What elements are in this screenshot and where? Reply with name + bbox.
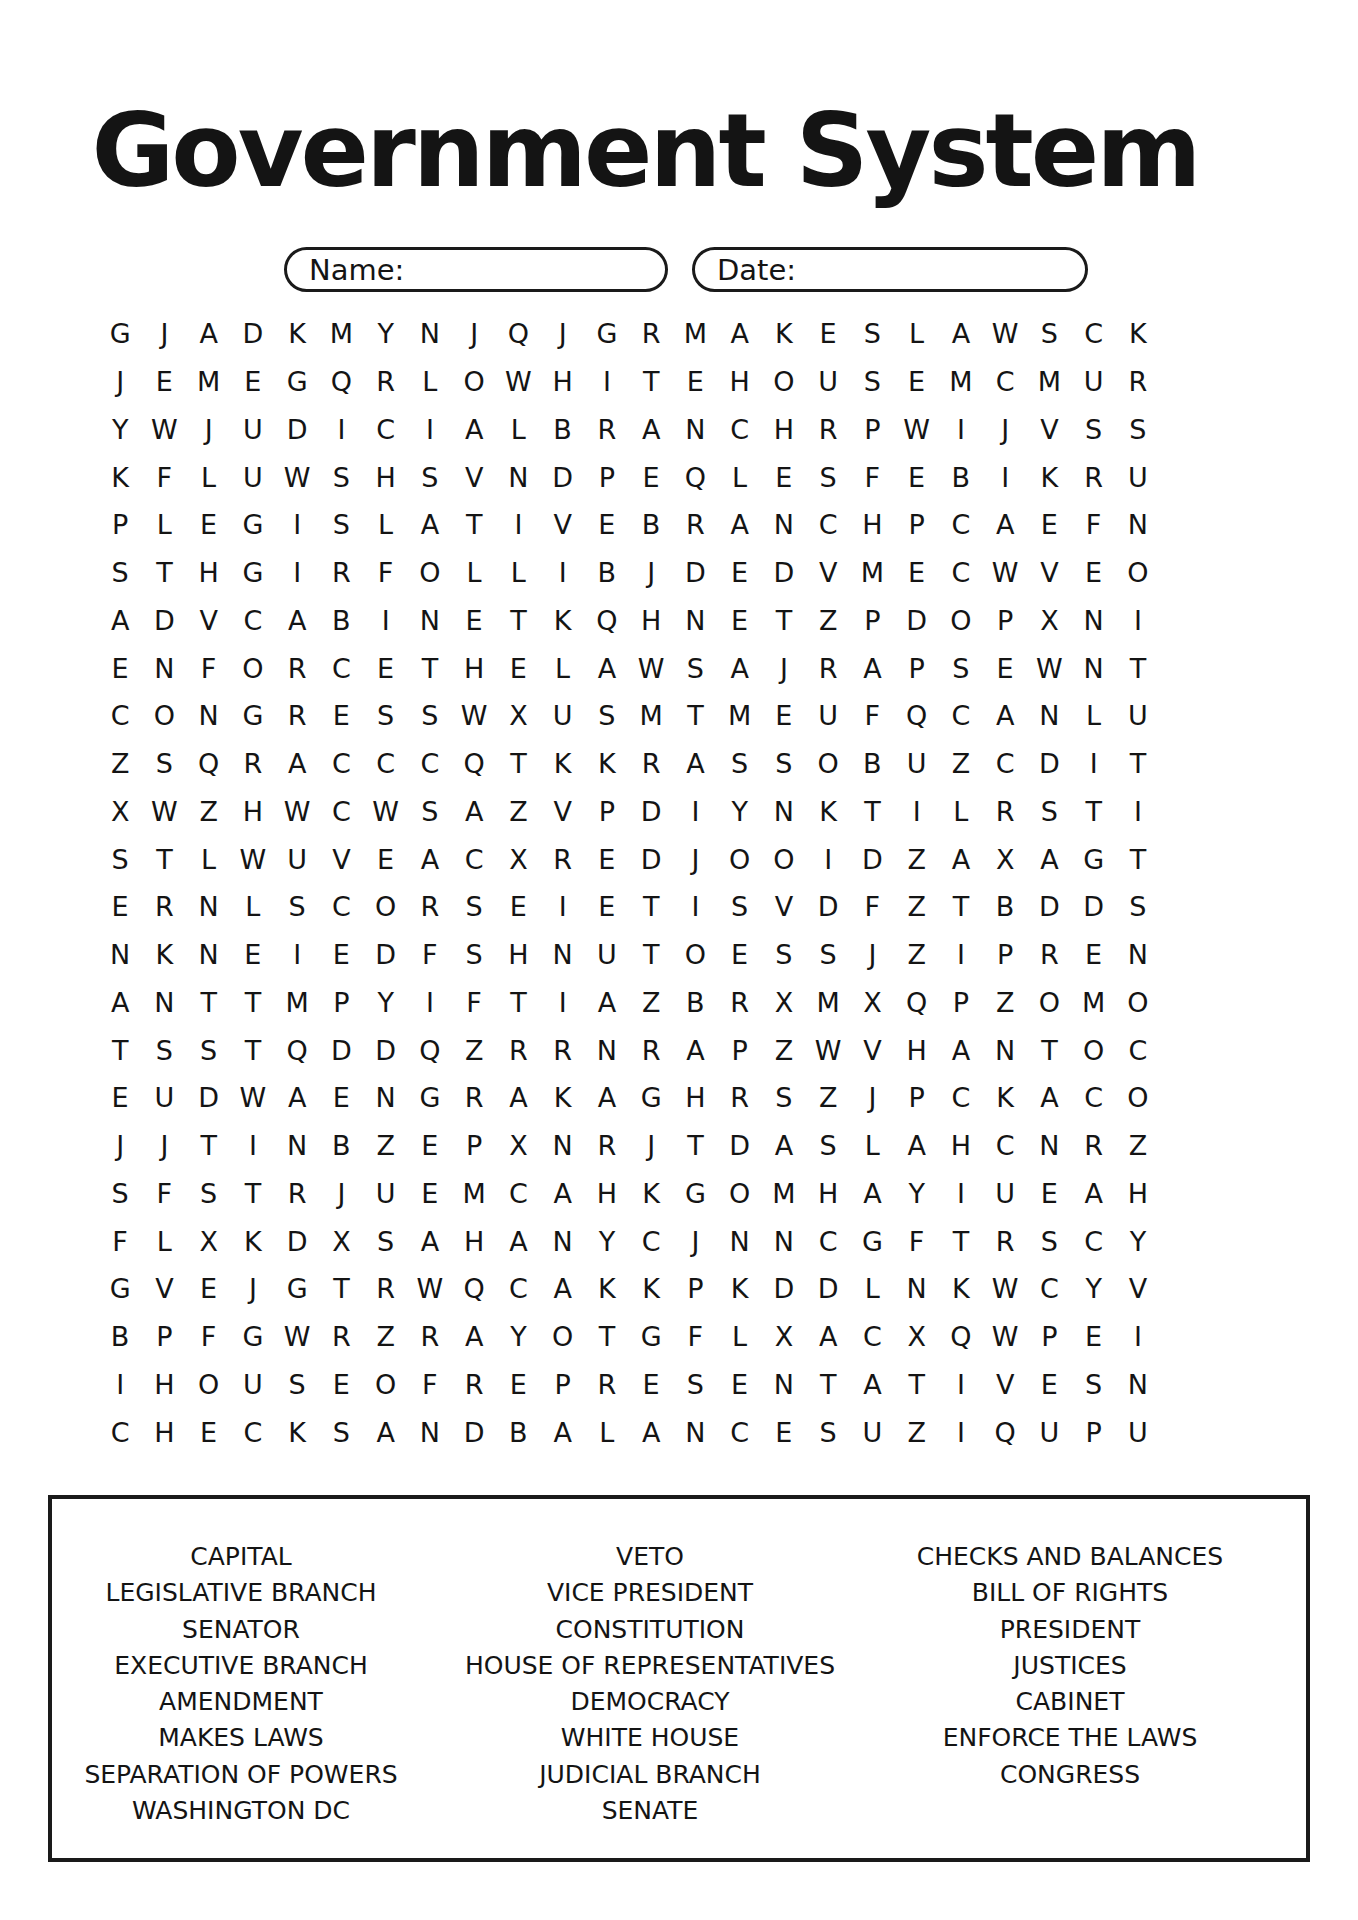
grid-cell[interactable]: E — [408, 1170, 452, 1218]
grid-cell[interactable]: S — [452, 931, 496, 979]
grid-cell[interactable]: G — [629, 1313, 673, 1361]
grid-cell[interactable]: N — [1027, 1122, 1071, 1170]
grid-cell[interactable]: S — [850, 358, 894, 406]
grid-cell[interactable]: G — [231, 692, 275, 740]
grid-cell[interactable]: Q — [895, 692, 939, 740]
grid-cell[interactable]: M — [762, 1170, 806, 1218]
grid-cell[interactable]: O — [1116, 979, 1160, 1027]
grid-cell[interactable]: T — [585, 1313, 629, 1361]
grid-cell[interactable]: E — [762, 1408, 806, 1456]
grid-cell[interactable]: R — [364, 358, 408, 406]
grid-cell[interactable]: G — [673, 1170, 717, 1218]
grid-cell[interactable]: I — [939, 1361, 983, 1409]
grid-cell[interactable]: W — [452, 692, 496, 740]
grid-cell[interactable]: E — [142, 358, 186, 406]
grid-cell[interactable]: M — [1027, 358, 1071, 406]
grid-cell[interactable]: A — [806, 1313, 850, 1361]
grid-cell[interactable]: D — [629, 788, 673, 836]
grid-cell[interactable]: V — [983, 1361, 1027, 1409]
grid-cell[interactable]: P — [452, 1122, 496, 1170]
grid-cell[interactable]: G — [850, 1217, 894, 1265]
grid-cell[interactable]: G — [231, 501, 275, 549]
grid-cell[interactable]: L — [187, 835, 231, 883]
grid-cell[interactable]: P — [895, 644, 939, 692]
grid-cell[interactable]: F — [98, 1217, 142, 1265]
grid-cell[interactable]: O — [762, 835, 806, 883]
grid-cell[interactable]: T — [496, 597, 540, 645]
grid-cell[interactable]: H — [1116, 1170, 1160, 1218]
grid-cell[interactable]: C — [939, 501, 983, 549]
grid-cell[interactable]: W — [1027, 644, 1071, 692]
grid-cell[interactable]: C — [718, 1408, 762, 1456]
grid-cell[interactable]: J — [629, 1122, 673, 1170]
grid-cell[interactable]: G — [275, 1265, 319, 1313]
grid-cell[interactable]: X — [496, 692, 540, 740]
grid-cell[interactable]: Y — [496, 1313, 540, 1361]
grid-cell[interactable]: R — [1072, 1122, 1116, 1170]
grid-cell[interactable]: N — [541, 1217, 585, 1265]
grid-cell[interactable]: N — [1027, 692, 1071, 740]
grid-cell[interactable]: R — [452, 1361, 496, 1409]
grid-cell[interactable]: X — [850, 979, 894, 1027]
grid-cell[interactable]: Z — [895, 1408, 939, 1456]
grid-cell[interactable]: N — [496, 453, 540, 501]
grid-cell[interactable]: S — [718, 740, 762, 788]
grid-cell[interactable]: S — [806, 453, 850, 501]
grid-cell[interactable]: S — [142, 1026, 186, 1074]
grid-cell[interactable]: O — [806, 740, 850, 788]
grid-cell[interactable]: B — [673, 979, 717, 1027]
grid-cell[interactable]: B — [585, 549, 629, 597]
grid-cell[interactable]: A — [673, 1026, 717, 1074]
grid-cell[interactable]: D — [364, 931, 408, 979]
grid-cell[interactable]: C — [1072, 1074, 1116, 1122]
grid-cell[interactable]: R — [452, 1074, 496, 1122]
grid-cell[interactable]: M — [939, 358, 983, 406]
grid-cell[interactable]: Q — [319, 358, 363, 406]
grid-cell[interactable]: E — [762, 453, 806, 501]
grid-cell[interactable]: N — [762, 501, 806, 549]
grid-cell[interactable]: D — [319, 1026, 363, 1074]
grid-cell[interactable]: T — [629, 883, 673, 931]
grid-cell[interactable]: L — [496, 406, 540, 454]
grid-cell[interactable]: C — [806, 501, 850, 549]
grid-cell[interactable]: T — [806, 1361, 850, 1409]
grid-cell[interactable]: A — [983, 692, 1027, 740]
grid-cell[interactable]: A — [496, 1217, 540, 1265]
grid-cell[interactable]: Z — [629, 979, 673, 1027]
grid-cell[interactable]: Y — [1072, 1265, 1116, 1313]
grid-cell[interactable]: L — [541, 644, 585, 692]
grid-cell[interactable]: N — [142, 644, 186, 692]
grid-cell[interactable]: U — [231, 453, 275, 501]
grid-cell[interactable]: V — [806, 549, 850, 597]
grid-cell[interactable]: E — [187, 501, 231, 549]
grid-cell[interactable]: K — [762, 310, 806, 358]
grid-cell[interactable]: E — [718, 931, 762, 979]
grid-cell[interactable]: I — [541, 883, 585, 931]
grid-cell[interactable]: S — [275, 1361, 319, 1409]
grid-cell[interactable]: J — [629, 549, 673, 597]
grid-cell[interactable]: M — [673, 310, 717, 358]
grid-cell[interactable]: D — [629, 835, 673, 883]
grid-cell[interactable]: A — [895, 1122, 939, 1170]
grid-cell[interactable]: S — [806, 931, 850, 979]
grid-cell[interactable]: A — [585, 979, 629, 1027]
grid-cell[interactable]: E — [319, 931, 363, 979]
grid-cell[interactable]: X — [319, 1217, 363, 1265]
grid-cell[interactable]: P — [850, 406, 894, 454]
grid-cell[interactable]: F — [895, 1217, 939, 1265]
grid-cell[interactable]: R — [408, 883, 452, 931]
grid-cell[interactable]: Z — [895, 883, 939, 931]
grid-cell[interactable]: G — [98, 1265, 142, 1313]
grid-cell[interactable]: O — [762, 358, 806, 406]
grid-cell[interactable]: E — [1027, 501, 1071, 549]
grid-cell[interactable]: W — [231, 835, 275, 883]
grid-cell[interactable]: O — [1116, 1074, 1160, 1122]
grid-cell[interactable]: X — [762, 979, 806, 1027]
grid-cell[interactable]: A — [1027, 1074, 1071, 1122]
grid-cell[interactable]: P — [673, 1265, 717, 1313]
grid-cell[interactable]: E — [806, 310, 850, 358]
grid-cell[interactable]: L — [895, 310, 939, 358]
grid-cell[interactable]: S — [806, 1408, 850, 1456]
grid-cell[interactable]: Q — [187, 740, 231, 788]
grid-cell[interactable]: L — [939, 788, 983, 836]
grid-cell[interactable]: J — [541, 310, 585, 358]
grid-cell[interactable]: H — [142, 1408, 186, 1456]
grid-cell[interactable]: U — [1116, 453, 1160, 501]
grid-cell[interactable]: S — [1116, 883, 1160, 931]
grid-cell[interactable]: I — [939, 1170, 983, 1218]
grid-cell[interactable]: C — [231, 1408, 275, 1456]
grid-cell[interactable]: J — [452, 310, 496, 358]
grid-cell[interactable]: D — [762, 1265, 806, 1313]
grid-cell[interactable]: H — [939, 1122, 983, 1170]
grid-cell[interactable]: P — [1072, 1408, 1116, 1456]
grid-cell[interactable]: T — [187, 979, 231, 1027]
grid-cell[interactable]: H — [452, 1217, 496, 1265]
grid-cell[interactable]: E — [895, 549, 939, 597]
grid-cell[interactable]: C — [98, 692, 142, 740]
grid-cell[interactable]: O — [939, 597, 983, 645]
grid-cell[interactable]: M — [275, 979, 319, 1027]
grid-cell[interactable]: K — [983, 1074, 1027, 1122]
grid-cell[interactable]: P — [983, 931, 1027, 979]
grid-cell[interactable]: W — [142, 406, 186, 454]
grid-cell[interactable]: U — [1116, 692, 1160, 740]
grid-cell[interactable]: S — [806, 1122, 850, 1170]
grid-cell[interactable]: E — [1027, 1170, 1071, 1218]
grid-cell[interactable]: T — [895, 1361, 939, 1409]
grid-cell[interactable]: C — [364, 740, 408, 788]
grid-cell[interactable]: G — [98, 310, 142, 358]
grid-cell[interactable]: I — [364, 597, 408, 645]
grid-cell[interactable]: Q — [496, 310, 540, 358]
grid-cell[interactable]: C — [1072, 310, 1116, 358]
grid-cell[interactable]: A — [718, 501, 762, 549]
grid-cell[interactable]: F — [408, 1361, 452, 1409]
grid-cell[interactable]: U — [142, 1074, 186, 1122]
grid-cell[interactable]: F — [408, 931, 452, 979]
grid-cell[interactable]: E — [585, 883, 629, 931]
grid-cell[interactable]: N — [187, 883, 231, 931]
grid-cell[interactable]: Q — [939, 1313, 983, 1361]
grid-cell[interactable]: S — [1027, 788, 1071, 836]
grid-cell[interactable]: M — [187, 358, 231, 406]
grid-cell[interactable]: H — [762, 406, 806, 454]
grid-cell[interactable]: A — [1027, 835, 1071, 883]
grid-cell[interactable]: O — [673, 931, 717, 979]
grid-cell[interactable]: T — [231, 1026, 275, 1074]
grid-cell[interactable]: M — [319, 310, 363, 358]
grid-cell[interactable]: C — [939, 1074, 983, 1122]
grid-cell[interactable]: W — [983, 1313, 1027, 1361]
grid-cell[interactable]: I — [1116, 788, 1160, 836]
grid-cell[interactable]: P — [718, 1026, 762, 1074]
grid-cell[interactable]: I — [275, 501, 319, 549]
grid-cell[interactable]: S — [98, 835, 142, 883]
grid-cell[interactable]: K — [1027, 453, 1071, 501]
grid-cell[interactable]: O — [187, 1361, 231, 1409]
grid-cell[interactable]: I — [806, 835, 850, 883]
grid-cell[interactable]: Q — [983, 1408, 1027, 1456]
grid-cell[interactable]: T — [98, 1026, 142, 1074]
grid-cell[interactable]: T — [762, 597, 806, 645]
grid-cell[interactable]: N — [673, 597, 717, 645]
grid-cell[interactable]: E — [718, 549, 762, 597]
grid-cell[interactable]: S — [452, 883, 496, 931]
grid-cell[interactable]: Y — [364, 310, 408, 358]
grid-cell[interactable]: N — [762, 1361, 806, 1409]
grid-cell[interactable]: S — [319, 1408, 363, 1456]
grid-cell[interactable]: S — [364, 1217, 408, 1265]
grid-cell[interactable]: R — [585, 1361, 629, 1409]
grid-cell[interactable]: I — [585, 358, 629, 406]
grid-cell[interactable]: F — [187, 644, 231, 692]
grid-cell[interactable]: A — [364, 1408, 408, 1456]
grid-cell[interactable]: Q — [452, 740, 496, 788]
grid-cell[interactable]: S — [142, 740, 186, 788]
grid-cell[interactable]: O — [1072, 1026, 1116, 1074]
grid-cell[interactable]: D — [895, 597, 939, 645]
grid-cell[interactable]: I — [408, 406, 452, 454]
grid-cell[interactable]: R — [585, 1122, 629, 1170]
grid-cell[interactable]: C — [452, 835, 496, 883]
grid-cell[interactable]: C — [364, 406, 408, 454]
grid-cell[interactable]: K — [629, 1265, 673, 1313]
grid-cell[interactable]: S — [718, 883, 762, 931]
grid-cell[interactable]: A — [762, 1122, 806, 1170]
grid-cell[interactable]: D — [762, 549, 806, 597]
grid-cell[interactable]: Y — [585, 1217, 629, 1265]
grid-cell[interactable]: J — [187, 406, 231, 454]
grid-cell[interactable]: A — [275, 597, 319, 645]
grid-cell[interactable]: T — [231, 979, 275, 1027]
grid-cell[interactable]: X — [762, 1313, 806, 1361]
grid-cell[interactable]: O — [541, 1313, 585, 1361]
grid-cell[interactable]: C — [939, 549, 983, 597]
grid-cell[interactable]: G — [231, 549, 275, 597]
grid-cell[interactable]: F — [187, 1313, 231, 1361]
grid-cell[interactable]: D — [275, 406, 319, 454]
grid-cell[interactable]: N — [1072, 597, 1116, 645]
grid-cell[interactable]: A — [850, 644, 894, 692]
grid-cell[interactable]: O — [718, 835, 762, 883]
grid-cell[interactable]: I — [541, 549, 585, 597]
grid-cell[interactable]: H — [673, 1074, 717, 1122]
grid-cell[interactable]: R — [319, 549, 363, 597]
grid-cell[interactable]: I — [98, 1361, 142, 1409]
grid-cell[interactable]: S — [187, 1026, 231, 1074]
grid-cell[interactable]: U — [806, 358, 850, 406]
grid-cell[interactable]: K — [98, 453, 142, 501]
grid-cell[interactable]: G — [275, 358, 319, 406]
grid-cell[interactable]: A — [496, 1074, 540, 1122]
grid-cell[interactable]: C — [983, 1122, 1027, 1170]
grid-cell[interactable]: Q — [585, 597, 629, 645]
grid-cell[interactable]: L — [585, 1408, 629, 1456]
grid-cell[interactable]: E — [98, 644, 142, 692]
grid-cell[interactable]: A — [585, 644, 629, 692]
grid-cell[interactable]: E — [364, 644, 408, 692]
grid-cell[interactable]: X — [187, 1217, 231, 1265]
grid-cell[interactable]: I — [939, 1408, 983, 1456]
grid-cell[interactable]: E — [452, 597, 496, 645]
grid-cell[interactable]: S — [408, 692, 452, 740]
grid-cell[interactable]: R — [629, 310, 673, 358]
grid-cell[interactable]: J — [142, 1122, 186, 1170]
grid-cell[interactable]: P — [939, 979, 983, 1027]
grid-cell[interactable]: H — [541, 358, 585, 406]
grid-cell[interactable]: L — [231, 883, 275, 931]
grid-cell[interactable]: J — [231, 1265, 275, 1313]
grid-cell[interactable]: B — [319, 1122, 363, 1170]
grid-cell[interactable]: T — [1116, 740, 1160, 788]
grid-cell[interactable]: X — [1027, 597, 1071, 645]
grid-cell[interactable]: T — [408, 644, 452, 692]
grid-cell[interactable]: C — [850, 1313, 894, 1361]
grid-cell[interactable]: A — [408, 835, 452, 883]
grid-cell[interactable]: A — [541, 1170, 585, 1218]
grid-cell[interactable]: P — [983, 597, 1027, 645]
grid-cell[interactable]: E — [496, 883, 540, 931]
grid-cell[interactable]: A — [187, 310, 231, 358]
grid-cell[interactable]: M — [850, 549, 894, 597]
grid-cell[interactable]: V — [319, 835, 363, 883]
grid-cell[interactable]: W — [806, 1026, 850, 1074]
grid-cell[interactable]: D — [364, 1026, 408, 1074]
grid-cell[interactable]: S — [1072, 1361, 1116, 1409]
grid-cell[interactable]: P — [319, 979, 363, 1027]
grid-cell[interactable]: W — [983, 1265, 1027, 1313]
grid-cell[interactable]: O — [452, 358, 496, 406]
grid-cell[interactable]: C — [319, 883, 363, 931]
grid-cell[interactable]: M — [806, 979, 850, 1027]
grid-cell[interactable]: P — [850, 597, 894, 645]
grid-cell[interactable]: O — [364, 883, 408, 931]
grid-cell[interactable]: X — [98, 788, 142, 836]
grid-cell[interactable]: T — [496, 740, 540, 788]
grid-cell[interactable]: I — [1072, 740, 1116, 788]
grid-cell[interactable]: R — [541, 835, 585, 883]
grid-cell[interactable]: B — [850, 740, 894, 788]
grid-cell[interactable]: S — [1027, 310, 1071, 358]
grid-cell[interactable]: J — [850, 931, 894, 979]
grid-cell[interactable]: D — [806, 883, 850, 931]
grid-cell[interactable]: D — [187, 1074, 231, 1122]
grid-cell[interactable]: E — [1072, 549, 1116, 597]
grid-cell[interactable]: A — [983, 501, 1027, 549]
grid-cell[interactable]: A — [939, 1026, 983, 1074]
grid-cell[interactable]: E — [895, 453, 939, 501]
grid-cell[interactable]: D — [275, 1217, 319, 1265]
grid-cell[interactable]: I — [673, 788, 717, 836]
grid-cell[interactable]: A — [541, 1408, 585, 1456]
grid-cell[interactable]: P — [541, 1361, 585, 1409]
grid-cell[interactable]: S — [98, 1170, 142, 1218]
grid-cell[interactable]: E — [1072, 931, 1116, 979]
grid-cell[interactable]: T — [1116, 835, 1160, 883]
grid-cell[interactable]: B — [541, 406, 585, 454]
grid-cell[interactable]: K — [939, 1265, 983, 1313]
grid-cell[interactable]: A — [98, 597, 142, 645]
grid-cell[interactable]: K — [718, 1265, 762, 1313]
grid-cell[interactable]: Q — [895, 979, 939, 1027]
grid-cell[interactable]: A — [850, 1361, 894, 1409]
grid-cell[interactable]: K — [585, 1265, 629, 1313]
grid-cell[interactable]: W — [983, 549, 1027, 597]
grid-cell[interactable]: T — [452, 501, 496, 549]
grid-cell[interactable]: P — [585, 788, 629, 836]
grid-cell[interactable]: A — [275, 1074, 319, 1122]
grid-cell[interactable]: R — [629, 1026, 673, 1074]
grid-cell[interactable]: V — [1027, 406, 1071, 454]
grid-cell[interactable]: Z — [452, 1026, 496, 1074]
grid-cell[interactable]: E — [718, 597, 762, 645]
grid-cell[interactable]: P — [142, 1313, 186, 1361]
grid-cell[interactable]: N — [895, 1265, 939, 1313]
grid-cell[interactable]: A — [939, 835, 983, 883]
grid-cell[interactable]: J — [673, 1217, 717, 1265]
grid-cell[interactable]: E — [1027, 1361, 1071, 1409]
grid-cell[interactable]: A — [850, 1170, 894, 1218]
grid-cell[interactable]: Y — [718, 788, 762, 836]
grid-cell[interactable]: E — [319, 1361, 363, 1409]
grid-cell[interactable]: N — [541, 931, 585, 979]
grid-cell[interactable]: A — [541, 1265, 585, 1313]
grid-cell[interactable]: H — [895, 1026, 939, 1074]
grid-cell[interactable]: R — [364, 1265, 408, 1313]
grid-cell[interactable]: T — [319, 1265, 363, 1313]
grid-cell[interactable]: U — [1072, 358, 1116, 406]
grid-cell[interactable]: W — [364, 788, 408, 836]
grid-cell[interactable]: C — [1116, 1026, 1160, 1074]
grid-cell[interactable]: L — [187, 453, 231, 501]
grid-cell[interactable]: V — [187, 597, 231, 645]
grid-cell[interactable]: Y — [895, 1170, 939, 1218]
grid-cell[interactable]: B — [496, 1408, 540, 1456]
grid-cell[interactable]: L — [364, 501, 408, 549]
grid-cell[interactable]: K — [541, 597, 585, 645]
grid-cell[interactable]: K — [585, 740, 629, 788]
grid-cell[interactable]: E — [98, 1074, 142, 1122]
grid-cell[interactable]: R — [142, 883, 186, 931]
grid-cell[interactable]: H — [452, 644, 496, 692]
grid-cell[interactable]: Y — [98, 406, 142, 454]
grid-cell[interactable]: D — [1072, 883, 1116, 931]
